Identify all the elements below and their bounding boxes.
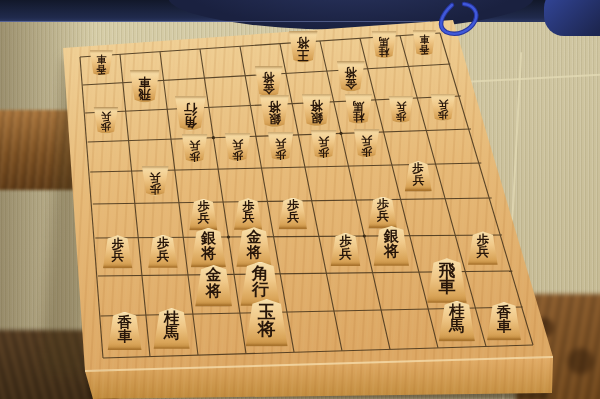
piece-kanji: 歩 兵: [477, 231, 490, 258]
piece-kanji: 金 将: [247, 227, 262, 259]
piece-kanji: 歩 兵: [361, 134, 372, 158]
piece-kanji: 香 車: [420, 35, 430, 56]
piece-kanji: 歩 兵: [197, 199, 209, 225]
piece-kanji: 歩 兵: [232, 138, 243, 161]
piece-kanji: 歩 兵: [157, 235, 170, 262]
shogi-photo-scene: 香 車王 将桂 馬香 車飛 車金 将金 将歩 兵角 行銀 将銀 将桂 馬歩 兵歩…: [0, 0, 600, 399]
piece-kanji: 桂 馬: [379, 36, 390, 59]
piece-kanji: 歩 兵: [149, 172, 160, 197]
piece-kanji: 銀 将: [201, 228, 216, 260]
piece-kanji: 玉 将: [258, 299, 276, 338]
piece-kanji: 飛 車: [439, 258, 456, 295]
piece-kanji: 桂 馬: [164, 308, 179, 341]
piece-kanji: 角 行: [183, 103, 196, 132]
piece-kanji: 王 将: [297, 37, 309, 64]
piece-kanji: 歩 兵: [438, 99, 448, 122]
piece-kanji: 角 行: [252, 262, 269, 298]
piece-kanji: 歩 兵: [377, 197, 389, 223]
piece-kanji: 歩 兵: [395, 100, 405, 123]
piece-kanji: 歩 兵: [111, 235, 123, 262]
piece-kanji: 香 車: [96, 55, 106, 76]
piece-kanji: 銀 将: [310, 99, 322, 126]
navy-cloth-edge-highlight: [0, 21, 430, 22]
piece-kanji: 銀 将: [268, 101, 280, 128]
piece-kanji: 飛 車: [139, 76, 152, 103]
board-floor-shadow: [88, 384, 550, 399]
piece-kanji: 歩 兵: [189, 139, 200, 162]
piece-kanji: 金 将: [206, 265, 222, 299]
piece-kanji: 金 将: [262, 71, 274, 97]
piece-kanji: 桂 馬: [353, 99, 365, 124]
piece-kanji: 歩 兵: [242, 198, 254, 224]
piece-kanji: 香 車: [117, 312, 131, 343]
piece-kanji: 香 車: [497, 302, 511, 333]
navy-cushion-corner: [544, 0, 600, 36]
piece-kanji: 歩 兵: [339, 233, 352, 260]
piece-kanji: 歩 兵: [275, 137, 286, 161]
piece-kanji: 歩 兵: [318, 135, 329, 159]
piece-kanji: 銀 将: [384, 226, 399, 259]
piece-kanji: 歩 兵: [413, 161, 425, 186]
piece-kanji: 金 将: [345, 67, 357, 93]
piece-kanji: 歩 兵: [101, 112, 111, 134]
piece-kanji: 桂 馬: [449, 301, 464, 334]
piece-kanji: 歩 兵: [287, 198, 299, 224]
